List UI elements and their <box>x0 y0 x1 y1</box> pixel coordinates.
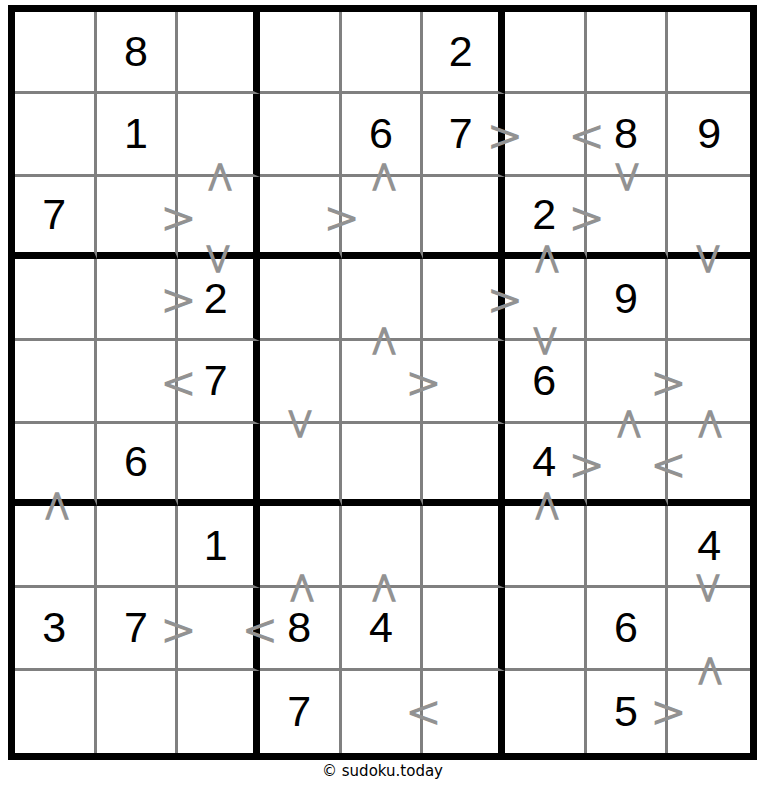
given-digit: 9 <box>697 112 721 155</box>
cell-r5c5[interactable] <box>342 341 424 423</box>
cell-r3c2[interactable] <box>97 177 179 259</box>
cell-r3c4[interactable] <box>260 177 342 259</box>
cell-r8c5[interactable]: 4 <box>342 588 424 670</box>
cell-r5c1[interactable] <box>15 341 97 423</box>
cell-r8c7[interactable] <box>505 588 587 670</box>
cell-r6c3[interactable] <box>178 424 260 506</box>
cell-r3c1[interactable]: 7 <box>15 177 97 259</box>
given-digit: 4 <box>532 440 556 483</box>
cell-r2c4[interactable] <box>260 94 342 176</box>
cell-r9c9[interactable] <box>668 671 750 753</box>
cell-r1c1[interactable] <box>15 12 97 94</box>
cell-r7c2[interactable] <box>97 506 179 588</box>
given-digit: 8 <box>124 30 148 73</box>
given-digit: 1 <box>204 524 228 567</box>
given-digit: 3 <box>42 606 66 649</box>
cell-r2c7[interactable] <box>505 94 587 176</box>
cell-r9c7[interactable] <box>505 671 587 753</box>
cell-r7c9[interactable]: 4 <box>668 506 750 588</box>
cell-r9c2[interactable] <box>97 671 179 753</box>
given-digit: 5 <box>614 690 638 733</box>
given-digit: 7 <box>42 193 66 236</box>
cell-r3c6[interactable] <box>423 177 505 259</box>
given-digit: 6 <box>614 606 638 649</box>
cell-r4c2[interactable] <box>97 259 179 341</box>
cell-r4c7[interactable] <box>505 259 587 341</box>
cell-r6c2[interactable]: 6 <box>97 424 179 506</box>
cell-r5c2[interactable] <box>97 341 179 423</box>
given-digit: 2 <box>449 30 473 73</box>
cell-r4c6[interactable] <box>423 259 505 341</box>
cell-r4c1[interactable] <box>15 259 97 341</box>
cell-r8c3[interactable] <box>178 588 260 670</box>
cell-r4c3[interactable]: 2 <box>178 259 260 341</box>
cell-r4c9[interactable] <box>668 259 750 341</box>
given-digit: 6 <box>369 112 393 155</box>
cell-r3c5[interactable] <box>342 177 424 259</box>
cell-r1c6[interactable]: 2 <box>423 12 505 94</box>
cell-r8c9[interactable] <box>668 588 750 670</box>
given-digit: 2 <box>204 277 228 320</box>
given-digit: 8 <box>614 112 638 155</box>
cell-r1c9[interactable] <box>668 12 750 94</box>
cell-r2c2[interactable]: 1 <box>97 94 179 176</box>
cell-r1c8[interactable] <box>587 12 669 94</box>
cell-r7c3[interactable]: 1 <box>178 506 260 588</box>
cell-r7c1[interactable] <box>15 506 97 588</box>
given-digit: 9 <box>614 277 638 320</box>
copyright-credit: © sudoku.today <box>0 762 765 780</box>
cell-r8c8[interactable]: 6 <box>587 588 669 670</box>
given-digit: 7 <box>124 606 148 649</box>
cell-r1c4[interactable] <box>260 12 342 94</box>
sudoku-board: 821678972297664143784675><>>>>><>>><><<>… <box>8 5 757 760</box>
given-digit: 4 <box>697 524 721 567</box>
cell-r2c5[interactable]: 6 <box>342 94 424 176</box>
cell-r2c6[interactable]: 7 <box>423 94 505 176</box>
cell-r8c6[interactable] <box>423 588 505 670</box>
cell-r6c8[interactable] <box>587 424 669 506</box>
cell-r5c8[interactable] <box>587 341 669 423</box>
cell-r6c4[interactable] <box>260 424 342 506</box>
cell-r6c6[interactable] <box>423 424 505 506</box>
given-digit: 2 <box>532 193 556 236</box>
cell-r9c3[interactable] <box>178 671 260 753</box>
given-digit: 6 <box>124 440 148 483</box>
cell-r6c7[interactable]: 4 <box>505 424 587 506</box>
given-digit: 1 <box>124 112 148 155</box>
cell-r5c9[interactable] <box>668 341 750 423</box>
cell-r5c6[interactable] <box>423 341 505 423</box>
cell-r9c6[interactable] <box>423 671 505 753</box>
cell-r1c3[interactable] <box>178 12 260 94</box>
cell-r5c3[interactable]: 7 <box>178 341 260 423</box>
cell-r3c3[interactable] <box>178 177 260 259</box>
cell-r8c4[interactable]: 8 <box>260 588 342 670</box>
cell-r9c4[interactable]: 7 <box>260 671 342 753</box>
cell-r7c7[interactable] <box>505 506 587 588</box>
cell-r7c5[interactable] <box>342 506 424 588</box>
cell-r6c9[interactable] <box>668 424 750 506</box>
cell-r4c5[interactable] <box>342 259 424 341</box>
cell-r9c5[interactable] <box>342 671 424 753</box>
cell-r2c9[interactable]: 9 <box>668 94 750 176</box>
cell-r2c3[interactable] <box>178 94 260 176</box>
cell-r5c4[interactable] <box>260 341 342 423</box>
cell-r7c8[interactable] <box>587 506 669 588</box>
cell-r2c8[interactable]: 8 <box>587 94 669 176</box>
cell-r1c2[interactable]: 8 <box>97 12 179 94</box>
cell-r9c1[interactable] <box>15 671 97 753</box>
cell-r4c8[interactable]: 9 <box>587 259 669 341</box>
cell-r3c9[interactable] <box>668 177 750 259</box>
cell-r8c2[interactable]: 7 <box>97 588 179 670</box>
cell-r9c8[interactable]: 5 <box>587 671 669 753</box>
given-digit: 4 <box>369 606 393 649</box>
given-digit: 7 <box>287 690 311 733</box>
cell-r6c5[interactable] <box>342 424 424 506</box>
cell-r7c4[interactable] <box>260 506 342 588</box>
cell-r1c5[interactable] <box>342 12 424 94</box>
given-digit: 8 <box>287 606 311 649</box>
cell-r6c1[interactable] <box>15 424 97 506</box>
cell-r7c6[interactable] <box>423 506 505 588</box>
cell-r4c4[interactable] <box>260 259 342 341</box>
puzzle-page: 821678972297664143784675><>>>>><>>><><<>… <box>0 0 765 785</box>
cell-r5c7[interactable]: 6 <box>505 341 587 423</box>
cell-r1c7[interactable] <box>505 12 587 94</box>
cell-r2c1[interactable] <box>15 94 97 176</box>
cell-r3c7[interactable]: 2 <box>505 177 587 259</box>
given-digit: 6 <box>532 359 556 402</box>
cell-r8c1[interactable]: 3 <box>15 588 97 670</box>
given-digit: 7 <box>449 112 473 155</box>
given-digit: 7 <box>204 359 228 402</box>
cell-r3c8[interactable] <box>587 177 669 259</box>
